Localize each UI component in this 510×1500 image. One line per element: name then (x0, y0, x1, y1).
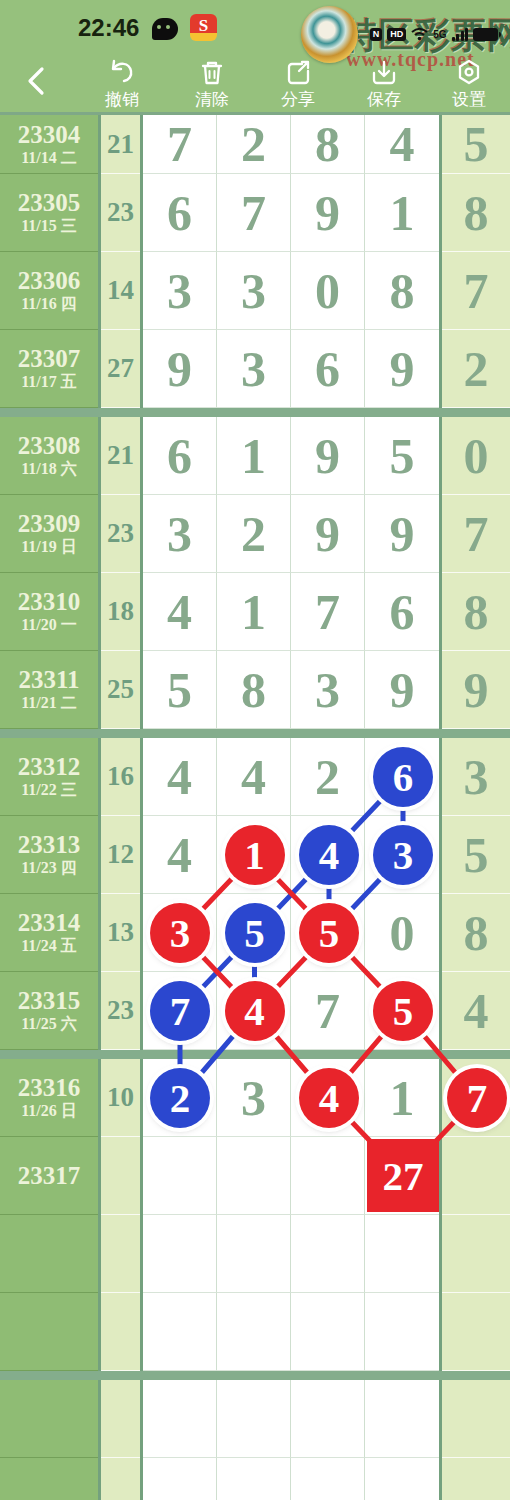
red-circled-digit[interactable]: 4 (299, 1068, 359, 1128)
issue-number: 23313 (18, 832, 81, 858)
issue-date: 11/18 六 (21, 459, 77, 478)
clear-button[interactable]: 清除 (180, 56, 244, 112)
red-circled-digit[interactable]: 5 (299, 903, 359, 963)
table-row: 2330411/14 二2172845 (0, 115, 510, 174)
lottery-trend-chart-screen: 22:46 S 特区彩票网 www.tqcp.net N HD 5G (0, 0, 510, 1500)
extra-digit-cell[interactable]: 2 (442, 330, 510, 408)
issue-cell (0, 1215, 98, 1293)
trash-icon (195, 56, 229, 90)
issue-number: 23315 (18, 988, 81, 1014)
issue-date: 11/22 三 (21, 780, 77, 799)
digit-cell[interactable]: 7 (143, 115, 217, 174)
issue-cell: 2331411/24 五 (0, 894, 98, 972)
digit-cell[interactable]: 3 (143, 252, 217, 330)
sum-cell (101, 1380, 140, 1458)
red-circled-digit[interactable]: 7 (447, 1068, 507, 1128)
issue-cell: 23317 (0, 1137, 98, 1215)
issue-cell (0, 1293, 98, 1371)
digit-cell[interactable]: 7 (217, 174, 291, 252)
issue-cell: 2331311/23 四 (0, 816, 98, 894)
nfc-icon: N (370, 28, 383, 41)
digit-cell[interactable] (291, 1137, 365, 1215)
clear-label: 清除 (180, 91, 244, 108)
digit-cell[interactable]: 7 (291, 573, 365, 651)
issue-date: 11/24 五 (21, 936, 77, 955)
sum-cell: 16 (101, 738, 140, 816)
extra-digit-cell[interactable]: 7 (442, 495, 510, 573)
sum-cell (101, 1215, 140, 1293)
digit-cell[interactable]: 5 (143, 651, 217, 729)
issue-number: 23308 (18, 433, 81, 459)
sum-cell: 12 (101, 816, 140, 894)
issue-number: 23316 (18, 1075, 81, 1101)
digit-cell[interactable]: 1 (217, 417, 291, 495)
extra-digit-cell[interactable]: 8 (442, 174, 510, 252)
sum-cell: 23 (101, 174, 140, 252)
sum-cell: 18 (101, 573, 140, 651)
table-row: 2331611/26 日1031 (0, 1059, 510, 1137)
digit-cell[interactable]: 9 (291, 417, 365, 495)
extra-digit-cell[interactable] (442, 1293, 510, 1371)
digit-cell[interactable]: 9 (143, 330, 217, 408)
signal-bars-icon (452, 28, 469, 41)
settings-button[interactable]: 设置 (437, 56, 501, 112)
table-row: 2330511/15 三2367918 (0, 174, 510, 252)
digit-cell[interactable]: 8 (365, 252, 439, 330)
digit-cell[interactable] (143, 1293, 217, 1371)
digit-cell[interactable] (217, 1215, 291, 1293)
sum-cell: 14 (101, 252, 140, 330)
issue-number: 23317 (18, 1163, 81, 1189)
sum-cell: 13 (101, 894, 140, 972)
wechat-notification-icon (152, 18, 178, 40)
table-row (0, 1215, 510, 1293)
digit-cell[interactable]: 0 (291, 252, 365, 330)
digit-cell[interactable]: 3 (217, 1059, 291, 1137)
digit-cell[interactable]: 3 (217, 330, 291, 408)
settings-label: 设置 (437, 91, 501, 108)
digit-cell[interactable] (143, 1458, 217, 1500)
group-separator (0, 1050, 510, 1059)
digit-cell[interactable]: 0 (365, 894, 439, 972)
extra-digit-cell[interactable] (442, 1458, 510, 1500)
digit-cell[interactable]: 4 (143, 573, 217, 651)
extra-digit-cell[interactable]: 3 (442, 738, 510, 816)
sum-cell: 27 (101, 330, 140, 408)
table-row (0, 1458, 510, 1500)
share-button[interactable]: 分享 (266, 56, 330, 112)
issue-cell: 2331511/25 六 (0, 972, 98, 1050)
digit-cell[interactable]: 2 (217, 495, 291, 573)
undo-button[interactable]: 撤销 (90, 56, 154, 112)
table-row (0, 1380, 510, 1458)
issue-date: 11/25 六 (21, 1014, 77, 1033)
digit-cell[interactable] (291, 1458, 365, 1500)
back-button[interactable] (22, 64, 52, 98)
digit-cell[interactable]: 1 (365, 1059, 439, 1137)
issue-cell: 2331111/21 二 (0, 651, 98, 729)
blue-circled-digit[interactable]: 5 (225, 903, 285, 963)
digit-cell[interactable]: 8 (217, 651, 291, 729)
digit-cell[interactable] (217, 1137, 291, 1215)
extra-digit-cell[interactable]: 7 (442, 252, 510, 330)
digit-cell[interactable] (143, 1380, 217, 1458)
digit-cell[interactable]: 3 (143, 495, 217, 573)
digit-cell[interactable]: 2 (291, 738, 365, 816)
sum-cell: 10 (101, 1059, 140, 1137)
share-icon (281, 56, 315, 90)
status-icons: N HD 5G (370, 24, 498, 44)
digit-cell[interactable]: 1 (217, 573, 291, 651)
prediction-box[interactable]: 27 (367, 1139, 439, 1212)
red-circled-digit[interactable]: 3 (150, 903, 210, 963)
issue-date: 11/17 五 (21, 372, 77, 391)
digit-cell[interactable]: 3 (217, 252, 291, 330)
table-top-border (0, 112, 510, 115)
table-row: 2331111/21 二2558399 (0, 651, 510, 729)
issue-number: 23310 (18, 589, 81, 615)
group-separator (0, 408, 510, 417)
digit-cell[interactable]: 1 (365, 174, 439, 252)
table-row: 2330711/17 五2793692 (0, 330, 510, 408)
issue-cell: 2331011/20 一 (0, 573, 98, 651)
red-circled-digit[interactable]: 5 (373, 981, 433, 1041)
table-row: 2331211/22 三164423 (0, 738, 510, 816)
issue-number: 23309 (18, 511, 81, 537)
group-separator (0, 729, 510, 738)
issue-number: 23312 (18, 754, 81, 780)
digit-cell[interactable]: 6 (365, 573, 439, 651)
sum-cell (101, 1137, 140, 1215)
issue-number: 23314 (18, 910, 81, 936)
issue-date: 11/23 四 (21, 858, 77, 877)
settings-icon (452, 56, 486, 90)
undo-icon (105, 56, 139, 90)
clock-time: 22:46 (78, 14, 139, 42)
issue-date: 11/19 日 (21, 537, 77, 556)
digit-cell[interactable]: 6 (291, 330, 365, 408)
issue-date: 11/20 一 (21, 615, 77, 634)
battery-icon (473, 28, 498, 41)
digit-cell[interactable]: 4 (143, 738, 217, 816)
digit-cell[interactable]: 8 (291, 115, 365, 174)
digit-cell[interactable]: 4 (365, 115, 439, 174)
table-row: 2330811/18 六2161950 (0, 417, 510, 495)
extra-digit-cell[interactable] (442, 1380, 510, 1458)
digit-cell[interactable]: 5 (365, 417, 439, 495)
red-circled-digit[interactable]: 4 (225, 981, 285, 1041)
red-circled-digit[interactable]: 1 (225, 825, 285, 885)
issue-cell: 2330811/18 六 (0, 417, 98, 495)
digit-cell[interactable]: 7 (291, 972, 365, 1050)
digit-cell[interactable] (217, 1458, 291, 1500)
issue-cell: 2330711/17 五 (0, 330, 98, 408)
blue-circled-digit[interactable]: 4 (299, 825, 359, 885)
toolbar: 撤销 清除 分享 保存 (0, 56, 510, 112)
issue-cell: 2330511/15 三 (0, 174, 98, 252)
extra-digit-cell[interactable]: 4 (442, 972, 510, 1050)
save-button[interactable]: 保存 (352, 56, 416, 112)
digit-cell[interactable]: 6 (143, 174, 217, 252)
table-row: 2330911/19 日2332997 (0, 495, 510, 573)
blue-circled-digit[interactable]: 2 (150, 1068, 210, 1128)
share-label: 分享 (266, 91, 330, 108)
sum-cell: 23 (101, 972, 140, 1050)
digit-cell[interactable]: 9 (291, 174, 365, 252)
digit-cell[interactable]: 9 (291, 495, 365, 573)
5g-icon: 5G (433, 29, 446, 40)
issue-date: 11/21 二 (21, 693, 77, 712)
issue-cell: 2331611/26 日 (0, 1059, 98, 1137)
table-row: 2331011/20 一1841768 (0, 573, 510, 651)
digit-cell[interactable]: 4 (143, 816, 217, 894)
save-icon (367, 56, 401, 90)
digit-cell[interactable] (365, 1380, 439, 1458)
extra-digit-cell[interactable]: 9 (442, 651, 510, 729)
issue-number: 23304 (18, 122, 81, 148)
digit-cell[interactable] (143, 1137, 217, 1215)
sum-cell: 21 (101, 115, 140, 174)
digit-cell[interactable]: 6 (143, 417, 217, 495)
issue-date: 11/16 四 (21, 294, 77, 313)
table-row: 2330611/16 四1433087 (0, 252, 510, 330)
digit-cell[interactable] (291, 1293, 365, 1371)
digit-cell[interactable]: 2 (217, 115, 291, 174)
blue-circled-digit[interactable]: 3 (373, 825, 433, 885)
digit-cell[interactable] (291, 1215, 365, 1293)
table-row (0, 1293, 510, 1371)
digit-cell[interactable] (365, 1458, 439, 1500)
issue-number: 23305 (18, 190, 81, 216)
extra-digit-cell[interactable]: 8 (442, 894, 510, 972)
issue-date: 11/26 日 (21, 1101, 77, 1120)
issue-number: 23307 (18, 346, 81, 372)
group-separator (0, 1371, 510, 1380)
issue-cell: 2331211/22 三 (0, 738, 98, 816)
undo-label: 撤销 (90, 91, 154, 108)
trend-table: 2330411/14 二21728452330511/15 三236791823… (0, 115, 510, 1500)
digit-cell[interactable]: 4 (217, 738, 291, 816)
digit-cell[interactable] (365, 1215, 439, 1293)
digit-cell[interactable]: 9 (365, 495, 439, 573)
extra-digit-cell[interactable]: 0 (442, 417, 510, 495)
blue-circled-digit[interactable]: 6 (373, 747, 433, 807)
issue-number: 23311 (18, 667, 79, 693)
hd-icon: HD (387, 28, 406, 41)
blue-circled-digit[interactable]: 7 (150, 981, 210, 1041)
issue-date: 11/15 三 (21, 216, 77, 235)
issue-cell (0, 1458, 98, 1500)
extra-digit-cell[interactable]: 8 (442, 573, 510, 651)
issue-cell: 2330411/14 二 (0, 115, 98, 174)
save-label: 保存 (352, 91, 416, 108)
digit-cell[interactable]: 3 (291, 651, 365, 729)
extra-digit-cell[interactable]: 5 (442, 115, 510, 174)
extra-digit-cell[interactable] (442, 1137, 510, 1215)
sum-cell (101, 1458, 140, 1500)
sum-cell: 21 (101, 417, 140, 495)
digit-cell[interactable] (291, 1380, 365, 1458)
digit-cell[interactable] (143, 1215, 217, 1293)
issue-number: 23306 (18, 268, 81, 294)
sum-cell: 25 (101, 651, 140, 729)
extra-digit-cell[interactable] (442, 1215, 510, 1293)
digit-cell[interactable] (217, 1293, 291, 1371)
app-notification-icon: S (190, 14, 217, 41)
digit-cell[interactable] (217, 1380, 291, 1458)
issue-cell: 2330911/19 日 (0, 495, 98, 573)
digit-cell[interactable] (365, 1293, 439, 1371)
wifi-icon (411, 27, 428, 41)
extra-digit-cell[interactable]: 5 (442, 816, 510, 894)
digit-cell[interactable]: 9 (365, 330, 439, 408)
issue-cell: 2330611/16 四 (0, 252, 98, 330)
sum-cell (101, 1293, 140, 1371)
issue-cell (0, 1380, 98, 1458)
digit-cell[interactable]: 9 (365, 651, 439, 729)
sum-cell: 23 (101, 495, 140, 573)
issue-date: 11/14 二 (21, 148, 77, 167)
